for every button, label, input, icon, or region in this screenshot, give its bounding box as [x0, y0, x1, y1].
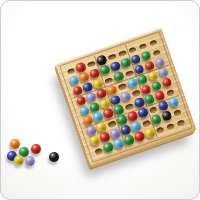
empty-hole — [118, 83, 127, 91]
empty-hole — [176, 119, 185, 127]
empty-hole — [132, 90, 141, 98]
empty-hole — [87, 61, 96, 69]
empty-hole — [67, 68, 76, 76]
loose-lavender-ball[interactable] — [25, 156, 35, 166]
empty-hole — [104, 77, 113, 85]
loose-orange-ball[interactable] — [10, 139, 20, 149]
empty-hole — [166, 89, 175, 97]
empty-hole — [142, 120, 151, 128]
loose-black-ball[interactable] — [49, 152, 59, 162]
empty-hole — [128, 46, 137, 54]
empty-hole — [125, 103, 134, 111]
game-board-grid — [64, 36, 188, 158]
game-board — [55, 27, 196, 166]
empty-hole — [156, 126, 165, 134]
empty-hole — [108, 120, 117, 128]
empty-hole — [125, 70, 134, 78]
empty-hole — [152, 49, 161, 57]
loose-yellow-ball[interactable] — [14, 155, 24, 165]
board-cell-r9c9[interactable] — [174, 116, 188, 130]
empty-hole — [149, 39, 158, 47]
loose-red-ball[interactable] — [31, 144, 41, 154]
empty-hole — [139, 43, 148, 51]
empty-hole — [94, 148, 103, 156]
empty-hole — [108, 53, 117, 61]
empty-hole — [173, 109, 182, 117]
empty-hole — [118, 50, 127, 58]
empty-hole — [166, 123, 175, 131]
product-photo-scene — [0, 0, 200, 200]
empty-hole — [149, 106, 158, 114]
